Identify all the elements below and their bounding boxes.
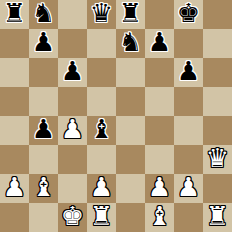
square-b1[interactable] (29, 203, 58, 232)
square-g6[interactable]: ♟ (174, 58, 203, 87)
square-f1[interactable]: ♝ (145, 203, 174, 232)
square-b8[interactable]: ♞ (29, 0, 58, 29)
piece-black-pawn[interactable]: ♟ (148, 29, 171, 57)
square-e4[interactable] (116, 116, 145, 145)
piece-white-pawn[interactable]: ♟ (61, 116, 84, 144)
square-d7[interactable] (87, 29, 116, 58)
piece-black-pawn[interactable]: ♟ (177, 58, 200, 86)
square-a1[interactable] (0, 203, 29, 232)
piece-white-pawn[interactable]: ♟ (90, 174, 113, 202)
piece-white-queen[interactable]: ♛ (206, 145, 229, 173)
piece-white-rook[interactable]: ♜ (206, 203, 229, 231)
piece-white-pawn[interactable]: ♟ (177, 174, 200, 202)
square-e1[interactable] (116, 203, 145, 232)
square-a6[interactable] (0, 58, 29, 87)
square-c8[interactable] (58, 0, 87, 29)
piece-white-bishop[interactable]: ♝ (148, 203, 171, 231)
square-a8[interactable]: ♜ (0, 0, 29, 29)
square-f3[interactable] (145, 145, 174, 174)
square-g3[interactable] (174, 145, 203, 174)
square-h7[interactable] (203, 29, 232, 58)
square-a7[interactable] (0, 29, 29, 58)
square-e7[interactable]: ♞ (116, 29, 145, 58)
square-h6[interactable] (203, 58, 232, 87)
square-g1[interactable] (174, 203, 203, 232)
square-b2[interactable]: ♝ (29, 174, 58, 203)
square-g8[interactable]: ♚ (174, 0, 203, 29)
square-d3[interactable] (87, 145, 116, 174)
square-h1[interactable]: ♜ (203, 203, 232, 232)
square-a3[interactable] (0, 145, 29, 174)
square-g2[interactable]: ♟ (174, 174, 203, 203)
square-b7[interactable]: ♟ (29, 29, 58, 58)
square-a2[interactable]: ♟ (0, 174, 29, 203)
square-c1[interactable]: ♚ (58, 203, 87, 232)
piece-black-pawn[interactable]: ♟ (32, 116, 55, 144)
square-c3[interactable] (58, 145, 87, 174)
square-a4[interactable] (0, 116, 29, 145)
square-a5[interactable] (0, 87, 29, 116)
square-g5[interactable] (174, 87, 203, 116)
square-e6[interactable] (116, 58, 145, 87)
square-d5[interactable] (87, 87, 116, 116)
square-h5[interactable] (203, 87, 232, 116)
square-e5[interactable] (116, 87, 145, 116)
piece-black-king[interactable]: ♚ (177, 0, 200, 28)
square-d1[interactable]: ♜ (87, 203, 116, 232)
square-d6[interactable] (87, 58, 116, 87)
square-c5[interactable] (58, 87, 87, 116)
chess-board: ♜♞♛♜♚♟♞♟♟♟♟♟♝♛♟♝♟♟♟♚♜♝♜ (0, 0, 232, 232)
piece-black-queen[interactable]: ♛ (90, 0, 113, 28)
piece-black-pawn[interactable]: ♟ (32, 29, 55, 57)
piece-black-knight[interactable]: ♞ (119, 29, 142, 57)
square-h2[interactable] (203, 174, 232, 203)
square-e2[interactable] (116, 174, 145, 203)
square-h4[interactable] (203, 116, 232, 145)
square-d8[interactable]: ♛ (87, 0, 116, 29)
square-f7[interactable]: ♟ (145, 29, 174, 58)
piece-white-bishop[interactable]: ♝ (32, 174, 55, 202)
piece-black-knight[interactable]: ♞ (32, 0, 55, 28)
piece-white-pawn[interactable]: ♟ (148, 174, 171, 202)
square-b5[interactable] (29, 87, 58, 116)
square-d2[interactable]: ♟ (87, 174, 116, 203)
square-c4[interactable]: ♟ (58, 116, 87, 145)
square-b4[interactable]: ♟ (29, 116, 58, 145)
square-c6[interactable]: ♟ (58, 58, 87, 87)
piece-white-king[interactable]: ♚ (61, 203, 84, 231)
piece-white-rook[interactable]: ♜ (90, 203, 113, 231)
piece-black-bishop[interactable]: ♝ (90, 116, 113, 144)
piece-white-pawn[interactable]: ♟ (3, 174, 26, 202)
square-f6[interactable] (145, 58, 174, 87)
square-f5[interactable] (145, 87, 174, 116)
square-g4[interactable] (174, 116, 203, 145)
square-f2[interactable]: ♟ (145, 174, 174, 203)
square-f8[interactable] (145, 0, 174, 29)
square-f4[interactable] (145, 116, 174, 145)
square-d4[interactable]: ♝ (87, 116, 116, 145)
piece-black-rook[interactable]: ♜ (3, 0, 26, 28)
square-h3[interactable]: ♛ (203, 145, 232, 174)
square-e8[interactable]: ♜ (116, 0, 145, 29)
piece-black-pawn[interactable]: ♟ (61, 58, 84, 86)
piece-black-rook[interactable]: ♜ (119, 0, 142, 28)
square-b6[interactable] (29, 58, 58, 87)
square-g7[interactable] (174, 29, 203, 58)
square-e3[interactable] (116, 145, 145, 174)
square-c2[interactable] (58, 174, 87, 203)
square-c7[interactable] (58, 29, 87, 58)
square-b3[interactable] (29, 145, 58, 174)
square-h8[interactable] (203, 0, 232, 29)
